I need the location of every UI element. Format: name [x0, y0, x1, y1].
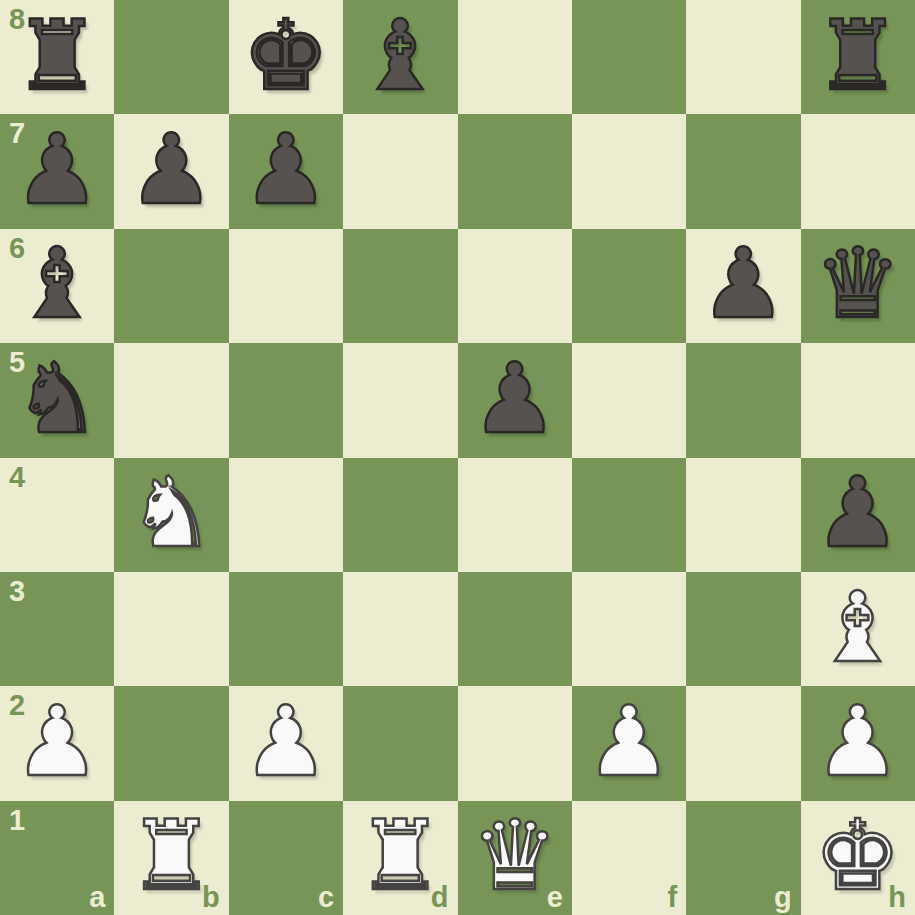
square-h8[interactable]: ♜	[801, 0, 915, 114]
black-pawn-c7[interactable]: ♟	[242, 121, 329, 218]
square-f3[interactable]	[572, 572, 686, 686]
square-e2[interactable]	[458, 686, 572, 800]
white-pawn-f2[interactable]: ♟	[586, 693, 673, 790]
square-c2[interactable]: ♟	[229, 686, 343, 800]
square-f7[interactable]	[572, 114, 686, 228]
square-b5[interactable]	[114, 343, 228, 457]
square-f2[interactable]: ♟	[572, 686, 686, 800]
square-g8[interactable]	[686, 0, 800, 114]
square-g6[interactable]: ♟	[686, 229, 800, 343]
white-bishop-h3[interactable]: ♝	[814, 579, 901, 676]
square-a3[interactable]: 3	[0, 572, 114, 686]
square-h5[interactable]	[801, 343, 915, 457]
black-bishop-a6[interactable]: ♝	[14, 235, 101, 332]
square-d3[interactable]	[343, 572, 457, 686]
black-queen-h6[interactable]: ♛	[814, 235, 901, 332]
black-rook-a8[interactable]: ♜	[14, 7, 101, 104]
square-h7[interactable]	[801, 114, 915, 228]
black-pawn-a7[interactable]: ♟	[14, 121, 101, 218]
square-d4[interactable]	[343, 458, 457, 572]
black-rook-h8[interactable]: ♜	[814, 7, 901, 104]
white-queen-e1[interactable]: ♛	[471, 807, 558, 904]
white-king-h1[interactable]: ♚	[814, 807, 901, 904]
square-f1[interactable]: f	[572, 801, 686, 915]
square-g3[interactable]	[686, 572, 800, 686]
rank-label-1: 1	[9, 804, 25, 837]
square-c8[interactable]: ♚	[229, 0, 343, 114]
black-pawn-h4[interactable]: ♟	[814, 464, 901, 561]
square-b3[interactable]	[114, 572, 228, 686]
white-knight-b4[interactable]: ♞	[128, 464, 215, 561]
square-e3[interactable]	[458, 572, 572, 686]
square-f4[interactable]	[572, 458, 686, 572]
square-h1[interactable]: h♚	[801, 801, 915, 915]
square-b4[interactable]: ♞	[114, 458, 228, 572]
square-e1[interactable]: e♛	[458, 801, 572, 915]
square-g7[interactable]	[686, 114, 800, 228]
square-d6[interactable]	[343, 229, 457, 343]
square-g2[interactable]	[686, 686, 800, 800]
square-h2[interactable]: ♟	[801, 686, 915, 800]
square-h4[interactable]: ♟	[801, 458, 915, 572]
square-e4[interactable]	[458, 458, 572, 572]
square-e5[interactable]: ♟	[458, 343, 572, 457]
square-a8[interactable]: 8♜	[0, 0, 114, 114]
black-king-c8[interactable]: ♚	[242, 7, 329, 104]
square-d8[interactable]: ♝	[343, 0, 457, 114]
black-knight-a5[interactable]: ♞	[14, 350, 101, 447]
square-a2[interactable]: 2♟	[0, 686, 114, 800]
square-c1[interactable]: c	[229, 801, 343, 915]
square-g4[interactable]	[686, 458, 800, 572]
square-a6[interactable]: 6♝	[0, 229, 114, 343]
square-d7[interactable]	[343, 114, 457, 228]
square-f8[interactable]	[572, 0, 686, 114]
square-c3[interactable]	[229, 572, 343, 686]
square-b2[interactable]	[114, 686, 228, 800]
white-pawn-h2[interactable]: ♟	[814, 693, 901, 790]
file-label-c: c	[318, 881, 334, 914]
square-c5[interactable]	[229, 343, 343, 457]
square-d2[interactable]	[343, 686, 457, 800]
square-c6[interactable]	[229, 229, 343, 343]
rank-label-3: 3	[9, 575, 25, 608]
square-e8[interactable]	[458, 0, 572, 114]
white-pawn-a2[interactable]: ♟	[14, 693, 101, 790]
black-pawn-g6[interactable]: ♟	[700, 235, 787, 332]
square-c4[interactable]	[229, 458, 343, 572]
square-b8[interactable]	[114, 0, 228, 114]
black-pawn-b7[interactable]: ♟	[128, 121, 215, 218]
file-label-g: g	[774, 881, 792, 914]
black-pawn-e5[interactable]: ♟	[471, 350, 558, 447]
square-c7[interactable]: ♟	[229, 114, 343, 228]
square-a5[interactable]: 5♞	[0, 343, 114, 457]
square-a7[interactable]: 7♟	[0, 114, 114, 228]
square-d5[interactable]	[343, 343, 457, 457]
square-b1[interactable]: b♜	[114, 801, 228, 915]
square-b7[interactable]: ♟	[114, 114, 228, 228]
square-g1[interactable]: g	[686, 801, 800, 915]
square-h3[interactable]: ♝	[801, 572, 915, 686]
square-b6[interactable]	[114, 229, 228, 343]
square-e6[interactable]	[458, 229, 572, 343]
white-rook-b1[interactable]: ♜	[128, 807, 215, 904]
rank-label-4: 4	[9, 461, 25, 494]
black-bishop-d8[interactable]: ♝	[357, 7, 444, 104]
square-f5[interactable]	[572, 343, 686, 457]
square-g5[interactable]	[686, 343, 800, 457]
square-f6[interactable]	[572, 229, 686, 343]
square-a4[interactable]: 4	[0, 458, 114, 572]
file-label-f: f	[668, 881, 678, 914]
square-d1[interactable]: d♜	[343, 801, 457, 915]
white-rook-d1[interactable]: ♜	[357, 807, 444, 904]
white-pawn-c2[interactable]: ♟	[242, 693, 329, 790]
square-e7[interactable]	[458, 114, 572, 228]
file-label-a: a	[89, 881, 105, 914]
square-a1[interactable]: 1a	[0, 801, 114, 915]
square-h6[interactable]: ♛	[801, 229, 915, 343]
chess-board: 8♜♚♝♜7♟♟♟6♝♟♛5♞♟4♞♟3♝2♟♟♟♟1ab♜cd♜e♛fgh♚	[0, 0, 915, 915]
